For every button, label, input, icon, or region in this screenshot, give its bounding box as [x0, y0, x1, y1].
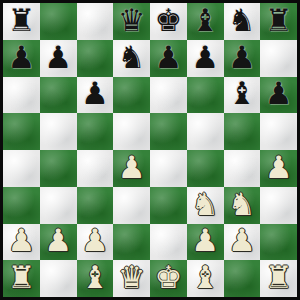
black-rook-icon: ♜: [7, 5, 35, 36]
square-b2[interactable]: ♟: [40, 224, 77, 261]
white-queen-icon: ♛: [118, 262, 146, 293]
square-f7[interactable]: ♟: [187, 40, 224, 77]
square-f5[interactable]: [187, 113, 224, 150]
square-b5[interactable]: [40, 113, 77, 150]
white-pawn-icon: ♟: [44, 225, 72, 256]
white-king-icon: ♚: [154, 262, 182, 293]
square-h7[interactable]: [260, 40, 297, 77]
square-b8[interactable]: [40, 3, 77, 40]
white-pawn-icon: ♟: [118, 152, 146, 183]
square-e4[interactable]: [150, 150, 187, 187]
square-h5[interactable]: [260, 113, 297, 150]
white-bishop-icon: ♝: [191, 262, 219, 293]
square-b1[interactable]: [40, 260, 77, 297]
square-c4[interactable]: [77, 150, 114, 187]
square-a6[interactable]: [3, 77, 40, 114]
square-h8[interactable]: ♜: [260, 3, 297, 40]
white-pawn-icon: ♟: [191, 225, 219, 256]
square-b7[interactable]: ♟: [40, 40, 77, 77]
square-d4[interactable]: ♟: [113, 150, 150, 187]
square-g6[interactable]: ♝: [224, 77, 261, 114]
black-queen-icon: ♛: [118, 5, 146, 36]
square-h4[interactable]: ♟: [260, 150, 297, 187]
square-c5[interactable]: [77, 113, 114, 150]
white-rook-icon: ♜: [7, 262, 35, 293]
square-a8[interactable]: ♜: [3, 3, 40, 40]
white-knight-icon: ♞: [228, 189, 256, 220]
black-bishop-icon: ♝: [228, 78, 256, 109]
square-d8[interactable]: ♛: [113, 3, 150, 40]
square-h2[interactable]: [260, 224, 297, 261]
square-g5[interactable]: [224, 113, 261, 150]
square-b3[interactable]: [40, 187, 77, 224]
square-a1[interactable]: ♜: [3, 260, 40, 297]
square-f2[interactable]: ♟: [187, 224, 224, 261]
square-e8[interactable]: ♚: [150, 3, 187, 40]
square-a4[interactable]: [3, 150, 40, 187]
black-bishop-icon: ♝: [191, 5, 219, 36]
square-a7[interactable]: ♟: [3, 40, 40, 77]
white-bishop-icon: ♝: [81, 262, 109, 293]
square-g1[interactable]: [224, 260, 261, 297]
square-e6[interactable]: [150, 77, 187, 114]
white-pawn-icon: ♟: [265, 152, 293, 183]
black-knight-icon: ♞: [228, 5, 256, 36]
chess-board: ♜♛♚♝♞♜♟♟♞♟♟♟♟♝♟♟♟♞♞♟♟♟♟♟♜♝♛♚♝♜: [3, 3, 297, 297]
white-pawn-icon: ♟: [81, 225, 109, 256]
square-e1[interactable]: ♚: [150, 260, 187, 297]
white-pawn-icon: ♟: [7, 225, 35, 256]
square-g4[interactable]: [224, 150, 261, 187]
square-d5[interactable]: [113, 113, 150, 150]
square-e3[interactable]: [150, 187, 187, 224]
board-frame: ♜♛♚♝♞♜♟♟♞♟♟♟♟♝♟♟♟♞♞♟♟♟♟♟♜♝♛♚♝♜: [0, 0, 300, 300]
square-d2[interactable]: [113, 224, 150, 261]
square-g7[interactable]: ♟: [224, 40, 261, 77]
square-a3[interactable]: [3, 187, 40, 224]
black-king-icon: ♚: [154, 5, 182, 36]
square-d7[interactable]: ♞: [113, 40, 150, 77]
square-h1[interactable]: ♜: [260, 260, 297, 297]
square-c2[interactable]: ♟: [77, 224, 114, 261]
square-f4[interactable]: [187, 150, 224, 187]
square-h6[interactable]: ♟: [260, 77, 297, 114]
square-e7[interactable]: ♟: [150, 40, 187, 77]
black-knight-icon: ♞: [118, 42, 146, 73]
square-c6[interactable]: ♟: [77, 77, 114, 114]
white-rook-icon: ♜: [265, 262, 293, 293]
black-pawn-icon: ♟: [154, 42, 182, 73]
black-pawn-icon: ♟: [44, 42, 72, 73]
square-a5[interactable]: [3, 113, 40, 150]
black-pawn-icon: ♟: [7, 42, 35, 73]
square-e2[interactable]: [150, 224, 187, 261]
square-f6[interactable]: [187, 77, 224, 114]
square-f8[interactable]: ♝: [187, 3, 224, 40]
black-pawn-icon: ♟: [265, 78, 293, 109]
white-knight-icon: ♞: [191, 189, 219, 220]
black-rook-icon: ♜: [265, 5, 293, 36]
black-pawn-icon: ♟: [228, 42, 256, 73]
square-c7[interactable]: [77, 40, 114, 77]
square-g2[interactable]: ♟: [224, 224, 261, 261]
square-d3[interactable]: [113, 187, 150, 224]
square-b4[interactable]: [40, 150, 77, 187]
square-a2[interactable]: ♟: [3, 224, 40, 261]
black-pawn-icon: ♟: [191, 42, 219, 73]
square-g3[interactable]: ♞: [224, 187, 261, 224]
square-d1[interactable]: ♛: [113, 260, 150, 297]
square-g8[interactable]: ♞: [224, 3, 261, 40]
square-b6[interactable]: [40, 77, 77, 114]
square-h3[interactable]: [260, 187, 297, 224]
square-c3[interactable]: [77, 187, 114, 224]
black-pawn-icon: ♟: [81, 78, 109, 109]
square-f1[interactable]: ♝: [187, 260, 224, 297]
square-e5[interactable]: [150, 113, 187, 150]
square-f3[interactable]: ♞: [187, 187, 224, 224]
white-pawn-icon: ♟: [228, 225, 256, 256]
square-c1[interactable]: ♝: [77, 260, 114, 297]
square-c8[interactable]: [77, 3, 114, 40]
square-d6[interactable]: [113, 77, 150, 114]
